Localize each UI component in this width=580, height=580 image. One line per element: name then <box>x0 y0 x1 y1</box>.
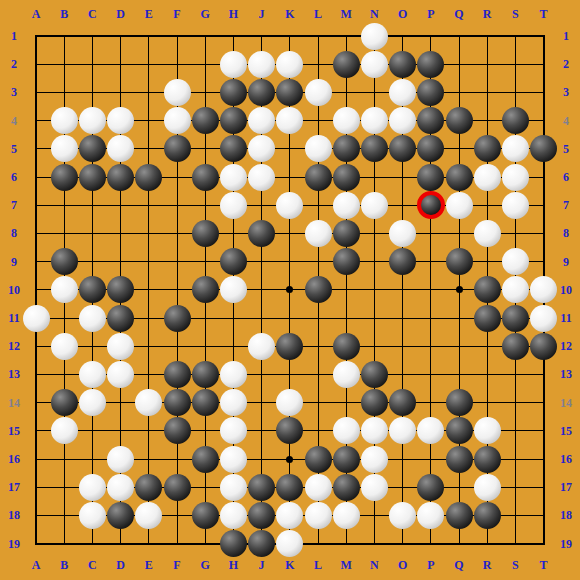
row-label-right: 13 <box>560 368 572 380</box>
stone-black-M8[interactable] <box>333 220 360 247</box>
stone-black-K17[interactable] <box>276 474 303 501</box>
stone-black-G14[interactable] <box>192 389 219 416</box>
stone-white-H16[interactable] <box>220 446 247 473</box>
stone-black-B6[interactable] <box>51 164 78 191</box>
row-label-right: 4 <box>563 115 569 127</box>
stone-black-F11[interactable] <box>164 305 191 332</box>
stone-white-D5[interactable] <box>107 135 134 162</box>
stone-black-C6[interactable] <box>79 164 106 191</box>
row-label-right: 6 <box>563 171 569 183</box>
col-label-top: L <box>314 8 322 20</box>
stone-black-S4[interactable] <box>502 107 529 134</box>
stone-black-J17[interactable] <box>248 474 275 501</box>
stone-black-Q18[interactable] <box>446 502 473 529</box>
row-label-right: 14 <box>560 397 572 409</box>
col-label-top: B <box>60 8 68 20</box>
row-label-left: 13 <box>8 368 20 380</box>
stone-white-R15[interactable] <box>474 417 501 444</box>
col-label-top: F <box>173 8 180 20</box>
stone-white-H17[interactable] <box>220 474 247 501</box>
col-label-bottom: F <box>173 559 180 571</box>
row-label-left: 16 <box>8 453 20 465</box>
col-label-bottom: H <box>229 559 238 571</box>
stone-black-M17[interactable] <box>333 474 360 501</box>
row-label-right: 2 <box>563 58 569 70</box>
row-label-left: 6 <box>11 171 17 183</box>
col-label-top: C <box>88 8 97 20</box>
stone-black-O14[interactable] <box>389 389 416 416</box>
col-label-bottom: M <box>341 559 352 571</box>
stone-white-K2[interactable] <box>276 51 303 78</box>
stone-white-J2[interactable] <box>248 51 275 78</box>
stone-black-M9[interactable] <box>333 248 360 275</box>
stone-black-H3[interactable] <box>220 79 247 106</box>
col-label-bottom: A <box>32 559 41 571</box>
stone-white-C14[interactable] <box>79 389 106 416</box>
stone-white-R8[interactable] <box>474 220 501 247</box>
col-label-bottom: B <box>60 559 68 571</box>
stone-white-H2[interactable] <box>220 51 247 78</box>
stone-white-K18[interactable] <box>276 502 303 529</box>
stone-black-M6[interactable] <box>333 164 360 191</box>
stone-black-H19[interactable] <box>220 530 247 557</box>
col-label-bottom: O <box>398 559 407 571</box>
col-label-top: N <box>370 8 379 20</box>
row-label-left: 1 <box>11 30 17 42</box>
row-label-right: 18 <box>560 509 572 521</box>
last-move-marker-stone-black-P7[interactable] <box>417 191 445 219</box>
stone-white-C13[interactable] <box>79 361 106 388</box>
stone-black-G10[interactable] <box>192 276 219 303</box>
stone-black-J3[interactable] <box>248 79 275 106</box>
stone-black-D6[interactable] <box>107 164 134 191</box>
row-label-left: 2 <box>11 58 17 70</box>
col-label-top: P <box>427 8 434 20</box>
stone-black-G16[interactable] <box>192 446 219 473</box>
stone-white-B10[interactable] <box>51 276 78 303</box>
row-label-left: 5 <box>11 143 17 155</box>
stone-black-Q16[interactable] <box>446 446 473 473</box>
stone-black-F14[interactable] <box>164 389 191 416</box>
stone-black-S11[interactable] <box>502 305 529 332</box>
stone-white-B15[interactable] <box>51 417 78 444</box>
col-label-top: G <box>201 8 210 20</box>
row-label-right: 5 <box>563 143 569 155</box>
row-label-left: 8 <box>11 227 17 239</box>
stone-white-S9[interactable] <box>502 248 529 275</box>
row-label-left: 7 <box>11 199 17 211</box>
stone-white-B5[interactable] <box>51 135 78 162</box>
stone-black-J19[interactable] <box>248 530 275 557</box>
stone-black-F13[interactable] <box>164 361 191 388</box>
stone-white-L5[interactable] <box>305 135 332 162</box>
stone-white-E18[interactable] <box>135 502 162 529</box>
col-label-bottom: N <box>370 559 379 571</box>
col-label-top: S <box>512 8 519 20</box>
stone-white-R17[interactable] <box>474 474 501 501</box>
stone-white-H7[interactable] <box>220 192 247 219</box>
stone-white-B12[interactable] <box>51 333 78 360</box>
row-label-left: 4 <box>11 115 17 127</box>
stone-white-N2[interactable] <box>361 51 388 78</box>
row-label-right: 15 <box>560 425 572 437</box>
stone-black-L16[interactable] <box>305 446 332 473</box>
stone-black-L10[interactable] <box>305 276 332 303</box>
stone-black-D18[interactable] <box>107 502 134 529</box>
col-label-top: D <box>116 8 125 20</box>
stone-black-N14[interactable] <box>361 389 388 416</box>
stone-black-P17[interactable] <box>417 474 444 501</box>
stone-white-S7[interactable] <box>502 192 529 219</box>
stone-black-K15[interactable] <box>276 417 303 444</box>
stone-white-T11[interactable] <box>530 305 557 332</box>
stone-black-P6[interactable] <box>417 164 444 191</box>
stone-black-O5[interactable] <box>389 135 416 162</box>
col-label-bottom: D <box>116 559 125 571</box>
stone-black-L6[interactable] <box>305 164 332 191</box>
stone-black-M16[interactable] <box>333 446 360 473</box>
stone-white-M4[interactable] <box>333 107 360 134</box>
row-label-right: 8 <box>563 227 569 239</box>
row-label-right: 7 <box>563 199 569 211</box>
stone-white-H15[interactable] <box>220 417 247 444</box>
stone-black-Q6[interactable] <box>446 164 473 191</box>
col-label-bottom: G <box>201 559 210 571</box>
col-label-top: J <box>259 8 265 20</box>
col-label-top: A <box>32 8 41 20</box>
stone-white-Q7[interactable] <box>446 192 473 219</box>
stone-white-D17[interactable] <box>107 474 134 501</box>
stone-white-D13[interactable] <box>107 361 134 388</box>
stone-white-S10[interactable] <box>502 276 529 303</box>
stone-black-T5[interactable] <box>530 135 557 162</box>
stone-white-M18[interactable] <box>333 502 360 529</box>
stone-white-N15[interactable] <box>361 417 388 444</box>
stone-black-R16[interactable] <box>474 446 501 473</box>
col-label-bottom: S <box>512 559 519 571</box>
stone-black-B9[interactable] <box>51 248 78 275</box>
row-label-left: 9 <box>11 256 17 268</box>
star-point-K10 <box>286 286 293 293</box>
stone-white-J12[interactable] <box>248 333 275 360</box>
stone-black-T12[interactable] <box>530 333 557 360</box>
row-label-left: 14 <box>8 397 20 409</box>
stone-black-R11[interactable] <box>474 305 501 332</box>
stone-white-J6[interactable] <box>248 164 275 191</box>
stone-white-H6[interactable] <box>220 164 247 191</box>
stone-white-S6[interactable] <box>502 164 529 191</box>
stone-white-J4[interactable] <box>248 107 275 134</box>
stone-white-B4[interactable] <box>51 107 78 134</box>
stone-black-P2[interactable] <box>417 51 444 78</box>
stone-black-R5[interactable] <box>474 135 501 162</box>
stone-black-M5[interactable] <box>333 135 360 162</box>
col-label-bottom: K <box>285 559 294 571</box>
star-point-Q10 <box>456 286 463 293</box>
col-label-top: K <box>285 8 294 20</box>
stone-black-G6[interactable] <box>192 164 219 191</box>
stone-black-G18[interactable] <box>192 502 219 529</box>
row-label-right: 17 <box>560 481 572 493</box>
col-label-top: R <box>483 8 492 20</box>
row-label-right: 19 <box>560 538 572 550</box>
stone-white-N16[interactable] <box>361 446 388 473</box>
row-label-left: 19 <box>8 538 20 550</box>
stone-white-H10[interactable] <box>220 276 247 303</box>
stone-black-F5[interactable] <box>164 135 191 162</box>
row-label-left: 12 <box>8 340 20 352</box>
stone-black-Q15[interactable] <box>446 417 473 444</box>
stone-white-C17[interactable] <box>79 474 106 501</box>
row-label-left: 3 <box>11 86 17 98</box>
col-label-bottom: J <box>259 559 265 571</box>
stone-white-O8[interactable] <box>389 220 416 247</box>
stone-black-F15[interactable] <box>164 417 191 444</box>
stone-black-F17[interactable] <box>164 474 191 501</box>
stone-white-M13[interactable] <box>333 361 360 388</box>
stone-white-N17[interactable] <box>361 474 388 501</box>
stone-black-P3[interactable] <box>417 79 444 106</box>
col-label-bottom: P <box>427 559 434 571</box>
stone-white-S5[interactable] <box>502 135 529 162</box>
stone-black-G8[interactable] <box>192 220 219 247</box>
stone-white-L8[interactable] <box>305 220 332 247</box>
go-board[interactable]: AA11BB22CC33DD44EE55FF66GG77HH88JJ99KK10… <box>0 0 580 580</box>
stone-white-D4[interactable] <box>107 107 134 134</box>
stone-white-L17[interactable] <box>305 474 332 501</box>
col-label-bottom: Q <box>454 559 463 571</box>
stone-black-H9[interactable] <box>220 248 247 275</box>
col-label-top: O <box>398 8 407 20</box>
stone-black-Q9[interactable] <box>446 248 473 275</box>
stone-black-M2[interactable] <box>333 51 360 78</box>
col-label-bottom: T <box>540 559 548 571</box>
col-label-bottom: E <box>145 559 153 571</box>
stone-black-C5[interactable] <box>79 135 106 162</box>
stone-white-A11[interactable] <box>23 305 50 332</box>
stone-white-E14[interactable] <box>135 389 162 416</box>
stone-white-O4[interactable] <box>389 107 416 134</box>
stone-white-D12[interactable] <box>107 333 134 360</box>
row-label-left: 17 <box>8 481 20 493</box>
stone-white-C11[interactable] <box>79 305 106 332</box>
row-label-right: 3 <box>563 86 569 98</box>
stone-black-Q14[interactable] <box>446 389 473 416</box>
stone-white-H18[interactable] <box>220 502 247 529</box>
stone-white-C18[interactable] <box>79 502 106 529</box>
stone-white-C4[interactable] <box>79 107 106 134</box>
stone-black-K3[interactable] <box>276 79 303 106</box>
stone-black-B14[interactable] <box>51 389 78 416</box>
stone-white-T10[interactable] <box>530 276 557 303</box>
stone-black-P4[interactable] <box>417 107 444 134</box>
stone-white-H14[interactable] <box>220 389 247 416</box>
row-label-right: 1 <box>563 30 569 42</box>
stone-black-Q4[interactable] <box>446 107 473 134</box>
stone-white-K14[interactable] <box>276 389 303 416</box>
stone-white-P18[interactable] <box>417 502 444 529</box>
stone-white-K7[interactable] <box>276 192 303 219</box>
stone-black-H4[interactable] <box>220 107 247 134</box>
stone-white-H13[interactable] <box>220 361 247 388</box>
stone-white-J5[interactable] <box>248 135 275 162</box>
stone-white-K19[interactable] <box>276 530 303 557</box>
stone-white-K4[interactable] <box>276 107 303 134</box>
row-label-right: 12 <box>560 340 572 352</box>
stone-black-D11[interactable] <box>107 305 134 332</box>
stone-white-D16[interactable] <box>107 446 134 473</box>
stone-black-P5[interactable] <box>417 135 444 162</box>
col-label-bottom: C <box>88 559 97 571</box>
stone-black-E17[interactable] <box>135 474 162 501</box>
stone-white-L3[interactable] <box>305 79 332 106</box>
col-label-top: T <box>540 8 548 20</box>
stone-white-M15[interactable] <box>333 417 360 444</box>
stone-black-G4[interactable] <box>192 107 219 134</box>
row-label-left: 18 <box>8 509 20 521</box>
col-label-top: E <box>145 8 153 20</box>
row-label-left: 10 <box>8 284 20 296</box>
stone-black-J18[interactable] <box>248 502 275 529</box>
stone-black-M12[interactable] <box>333 333 360 360</box>
stone-black-K12[interactable] <box>276 333 303 360</box>
stone-white-O18[interactable] <box>389 502 416 529</box>
stone-black-J8[interactable] <box>248 220 275 247</box>
stone-white-O15[interactable] <box>389 417 416 444</box>
stone-white-N4[interactable] <box>361 107 388 134</box>
col-label-bottom: L <box>314 559 322 571</box>
stone-white-F4[interactable] <box>164 107 191 134</box>
stone-white-M7[interactable] <box>333 192 360 219</box>
stone-white-R6[interactable] <box>474 164 501 191</box>
row-label-right: 10 <box>560 284 572 296</box>
row-label-right: 9 <box>563 256 569 268</box>
stone-black-S12[interactable] <box>502 333 529 360</box>
col-label-top: M <box>341 8 352 20</box>
row-label-right: 11 <box>560 312 571 324</box>
stone-black-R18[interactable] <box>474 502 501 529</box>
stone-white-N7[interactable] <box>361 192 388 219</box>
stone-black-O2[interactable] <box>389 51 416 78</box>
stone-black-E6[interactable] <box>135 164 162 191</box>
stone-white-O3[interactable] <box>389 79 416 106</box>
stone-black-N13[interactable] <box>361 361 388 388</box>
stone-black-G13[interactable] <box>192 361 219 388</box>
stone-white-N1[interactable] <box>361 23 388 50</box>
stone-white-P15[interactable] <box>417 417 444 444</box>
stone-black-D10[interactable] <box>107 276 134 303</box>
col-label-top: H <box>229 8 238 20</box>
stone-white-F3[interactable] <box>164 79 191 106</box>
star-point-K16 <box>286 456 293 463</box>
col-label-bottom: R <box>483 559 492 571</box>
stone-black-O9[interactable] <box>389 248 416 275</box>
row-label-right: 16 <box>560 453 572 465</box>
row-label-left: 15 <box>8 425 20 437</box>
col-label-top: Q <box>454 8 463 20</box>
stone-black-N5[interactable] <box>361 135 388 162</box>
stone-white-L18[interactable] <box>305 502 332 529</box>
stone-black-H5[interactable] <box>220 135 247 162</box>
stone-black-C10[interactable] <box>79 276 106 303</box>
stone-black-R10[interactable] <box>474 276 501 303</box>
row-label-left: 11 <box>8 312 19 324</box>
